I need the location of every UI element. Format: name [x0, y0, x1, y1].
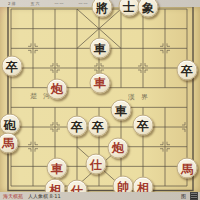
piece-glyph: 象 — [142, 2, 154, 14]
xiangqi-photo: 2排 五六 一一 一一 楚河 漢界 將士象車卒卒炮車車砲卒卒卒馬炮車仕馬相仕帥相… — [0, 0, 200, 200]
piece-glyph: 將 — [96, 2, 108, 14]
piece-glyph: 車 — [94, 43, 106, 55]
piece-red-仕[interactable]: 仕 — [86, 154, 107, 175]
piece-red-炮[interactable]: 炮 — [108, 137, 129, 158]
piece-glyph: 仕 — [90, 159, 102, 171]
piece-black-卒[interactable]: 卒 — [2, 56, 23, 77]
piece-red-馬[interactable]: 馬 — [177, 158, 198, 179]
piece-glyph: 炮 — [112, 142, 124, 154]
piece-red-車[interactable]: 車 — [90, 72, 111, 93]
piece-black-車[interactable]: 車 — [90, 38, 111, 59]
piece-glyph: 馬 — [2, 137, 14, 149]
top-mark-1: 一一 — [55, 2, 65, 6]
piece-glyph: 卒 — [137, 120, 149, 132]
piece-glyph: 帥 — [117, 181, 129, 193]
piece-red-車[interactable]: 車 — [47, 158, 68, 179]
piece-glyph: 士 — [123, 1, 135, 13]
bottom-caption: 海天棋苑 人人象棋 8·11 图 — [0, 192, 200, 200]
piece-glyph: 車 — [51, 163, 63, 175]
piece-glyph: 卒 — [6, 61, 18, 73]
caption-right-label: 图 — [181, 194, 186, 199]
piece-red-炮[interactable]: 炮 — [47, 78, 68, 99]
piece-glyph: 砲 — [4, 119, 16, 131]
piece-glyph: 卒 — [71, 121, 83, 133]
piece-glyph: 卒 — [92, 121, 104, 133]
xiangqi-board: 楚河 漢界 將士象車卒卒炮車車砲卒卒卒馬炮車仕馬相仕帥相 — [0, 7, 200, 192]
piece-glyph: 卒 — [181, 65, 193, 77]
piece-glyph: 車 — [115, 105, 127, 117]
piece-black-卒[interactable]: 卒 — [177, 60, 198, 81]
piece-glyph: 炮 — [51, 83, 63, 95]
qr-code — [191, 193, 197, 199]
top-left-label: 2排 — [8, 2, 17, 6]
river-text-right: 漢界 — [128, 94, 154, 100]
top-mark-2: 一一 — [79, 2, 89, 6]
piece-glyph: 車 — [94, 77, 106, 89]
piece-black-卒[interactable]: 卒 — [88, 116, 109, 137]
piece-black-卒[interactable]: 卒 — [67, 116, 88, 137]
caption-app-name: 人人象棋 8·11 — [28, 194, 61, 199]
top-mid-label: 五六 — [31, 2, 41, 6]
piece-black-砲[interactable]: 砲 — [0, 114, 21, 135]
piece-black-車[interactable]: 車 — [111, 100, 132, 121]
piece-glyph: 馬 — [181, 163, 193, 175]
piece-black-卒[interactable]: 卒 — [133, 115, 154, 136]
caption-publisher: 海天棋苑 — [3, 194, 23, 199]
